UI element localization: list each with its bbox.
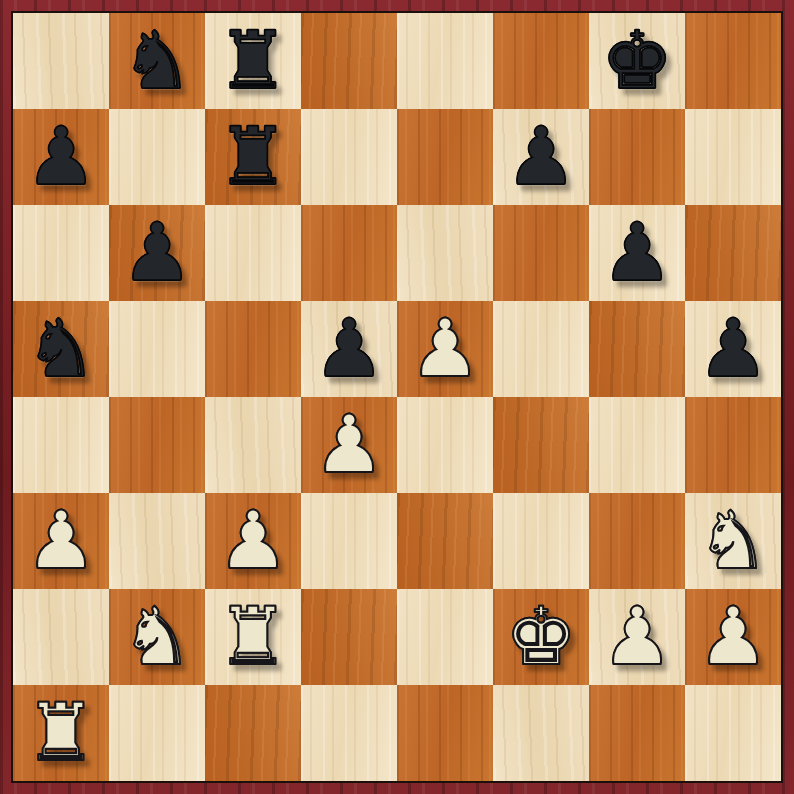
square-h3[interactable]: ♞ xyxy=(685,493,781,589)
square-b7[interactable] xyxy=(109,109,205,205)
square-e4[interactable] xyxy=(397,397,493,493)
square-b3[interactable] xyxy=(109,493,205,589)
square-a7[interactable]: ♟ xyxy=(13,109,109,205)
square-d3[interactable] xyxy=(301,493,397,589)
piece-black-pawn[interactable]: ♟ xyxy=(601,205,673,301)
piece-white-pawn[interactable]: ♟ xyxy=(601,589,673,685)
piece-black-pawn[interactable]: ♟ xyxy=(313,301,385,397)
piece-white-pawn[interactable]: ♟ xyxy=(25,493,97,589)
square-c4[interactable] xyxy=(205,397,301,493)
piece-black-knight[interactable]: ♞ xyxy=(121,13,193,109)
square-g7[interactable] xyxy=(589,109,685,205)
square-c8[interactable]: ♜ xyxy=(205,13,301,109)
square-e3[interactable] xyxy=(397,493,493,589)
square-f3[interactable] xyxy=(493,493,589,589)
square-h4[interactable] xyxy=(685,397,781,493)
piece-black-rook[interactable]: ♜ xyxy=(217,109,289,205)
square-g2[interactable]: ♟ xyxy=(589,589,685,685)
square-e7[interactable] xyxy=(397,109,493,205)
square-b4[interactable] xyxy=(109,397,205,493)
square-h2[interactable]: ♟ xyxy=(685,589,781,685)
square-g6[interactable]: ♟ xyxy=(589,205,685,301)
square-h6[interactable] xyxy=(685,205,781,301)
square-e2[interactable] xyxy=(397,589,493,685)
square-d7[interactable] xyxy=(301,109,397,205)
square-d1[interactable] xyxy=(301,685,397,781)
square-a5[interactable]: ♞ xyxy=(13,301,109,397)
square-f8[interactable] xyxy=(493,13,589,109)
square-c5[interactable] xyxy=(205,301,301,397)
board-frame: ♞♜♚♟♜♟♟♟♞♟♟♟♟♟♟♞♞♜♚♟♟♜ xyxy=(0,0,794,794)
square-c6[interactable] xyxy=(205,205,301,301)
square-c1[interactable] xyxy=(205,685,301,781)
piece-black-knight[interactable]: ♞ xyxy=(25,301,97,397)
piece-white-knight[interactable]: ♞ xyxy=(121,589,193,685)
piece-white-pawn[interactable]: ♟ xyxy=(217,493,289,589)
piece-black-pawn[interactable]: ♟ xyxy=(697,301,769,397)
square-a3[interactable]: ♟ xyxy=(13,493,109,589)
square-f4[interactable] xyxy=(493,397,589,493)
square-f5[interactable] xyxy=(493,301,589,397)
square-b6[interactable]: ♟ xyxy=(109,205,205,301)
square-b8[interactable]: ♞ xyxy=(109,13,205,109)
piece-white-rook[interactable]: ♜ xyxy=(217,589,289,685)
square-b1[interactable] xyxy=(109,685,205,781)
square-f2[interactable]: ♚ xyxy=(493,589,589,685)
square-f1[interactable] xyxy=(493,685,589,781)
piece-white-knight[interactable]: ♞ xyxy=(697,493,769,589)
square-e8[interactable] xyxy=(397,13,493,109)
square-g4[interactable] xyxy=(589,397,685,493)
square-c3[interactable]: ♟ xyxy=(205,493,301,589)
square-e1[interactable] xyxy=(397,685,493,781)
square-b2[interactable]: ♞ xyxy=(109,589,205,685)
square-d4[interactable]: ♟ xyxy=(301,397,397,493)
square-h8[interactable] xyxy=(685,13,781,109)
square-a6[interactable] xyxy=(13,205,109,301)
piece-black-pawn[interactable]: ♟ xyxy=(25,109,97,205)
square-h1[interactable] xyxy=(685,685,781,781)
board-inner-border: ♞♜♚♟♜♟♟♟♞♟♟♟♟♟♟♞♞♜♚♟♟♜ xyxy=(11,11,783,783)
square-c7[interactable]: ♜ xyxy=(205,109,301,205)
square-d6[interactable] xyxy=(301,205,397,301)
square-a8[interactable] xyxy=(13,13,109,109)
square-h7[interactable] xyxy=(685,109,781,205)
piece-black-king[interactable]: ♚ xyxy=(601,13,673,109)
square-d2[interactable] xyxy=(301,589,397,685)
piece-black-rook[interactable]: ♜ xyxy=(217,13,289,109)
square-d5[interactable]: ♟ xyxy=(301,301,397,397)
piece-white-pawn[interactable]: ♟ xyxy=(313,397,385,493)
square-a4[interactable] xyxy=(13,397,109,493)
piece-black-pawn[interactable]: ♟ xyxy=(505,109,577,205)
square-a2[interactable] xyxy=(13,589,109,685)
square-f7[interactable]: ♟ xyxy=(493,109,589,205)
square-g1[interactable] xyxy=(589,685,685,781)
piece-white-pawn[interactable]: ♟ xyxy=(409,301,481,397)
square-f6[interactable] xyxy=(493,205,589,301)
piece-white-pawn[interactable]: ♟ xyxy=(697,589,769,685)
piece-white-king[interactable]: ♚ xyxy=(505,589,577,685)
piece-white-rook[interactable]: ♜ xyxy=(25,685,97,781)
square-e5[interactable]: ♟ xyxy=(397,301,493,397)
square-d8[interactable] xyxy=(301,13,397,109)
square-g8[interactable]: ♚ xyxy=(589,13,685,109)
square-c2[interactable]: ♜ xyxy=(205,589,301,685)
square-g5[interactable] xyxy=(589,301,685,397)
square-h5[interactable]: ♟ xyxy=(685,301,781,397)
chess-board: ♞♜♚♟♜♟♟♟♞♟♟♟♟♟♟♞♞♜♚♟♟♜ xyxy=(13,13,781,781)
piece-black-pawn[interactable]: ♟ xyxy=(121,205,193,301)
square-a1[interactable]: ♜ xyxy=(13,685,109,781)
square-e6[interactable] xyxy=(397,205,493,301)
square-g3[interactable] xyxy=(589,493,685,589)
square-b5[interactable] xyxy=(109,301,205,397)
